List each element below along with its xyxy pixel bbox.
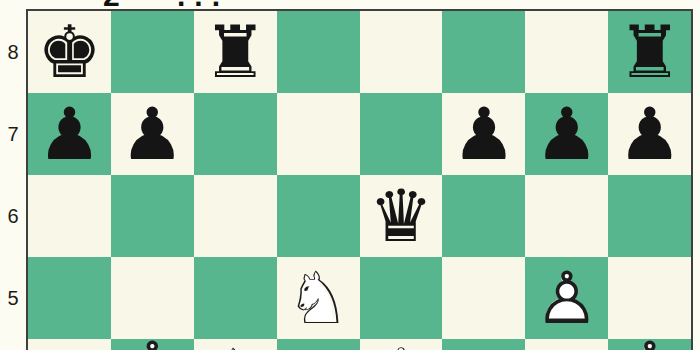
black-pawn: ♟: [28, 93, 111, 175]
square-b7: ♟: [111, 93, 194, 175]
black-pawn: ♟: [111, 93, 194, 175]
square-e6: ♛: [360, 175, 443, 257]
white-pawn: ♟♙: [608, 327, 691, 350]
square-c6: [194, 175, 277, 257]
square-e5: [360, 257, 443, 339]
white-piece-outline: ♘: [277, 257, 360, 339]
caption-fragment: ...: [177, 0, 229, 8]
square-c4: ♞♘: [194, 339, 277, 350]
square-d4: [277, 339, 360, 350]
square-g8: [525, 11, 608, 93]
square-h8: ♜: [608, 11, 691, 93]
square-d7: [277, 93, 360, 175]
square-c7: [194, 93, 277, 175]
square-f6: [442, 175, 525, 257]
square-a4: [28, 339, 111, 350]
white-queen: ♛♕: [360, 334, 443, 350]
square-g5: ♟♙: [525, 257, 608, 339]
square-g4: [525, 339, 608, 350]
black-queen: ♛: [360, 175, 443, 257]
black-pawn: ♟: [608, 93, 691, 175]
square-d8: [277, 11, 360, 93]
square-b8: [111, 11, 194, 93]
cropped-caption: 2 ...: [0, 0, 700, 8]
square-f4: [442, 339, 525, 350]
black-pawn: ♟: [442, 93, 525, 175]
white-piece-outline: ♙: [111, 327, 194, 350]
caption-fragment: 2: [103, 0, 120, 8]
square-e4: ♛♕: [360, 339, 443, 350]
black-rook: ♜: [608, 11, 691, 93]
rank-label-5: 5: [2, 286, 24, 310]
square-f7: ♟: [442, 93, 525, 175]
square-d6: [277, 175, 360, 257]
black-king: ♚: [28, 11, 111, 93]
square-b6: [111, 175, 194, 257]
square-f5: [442, 257, 525, 339]
white-piece-outline: ♘: [194, 334, 277, 350]
square-h7: ♟: [608, 93, 691, 175]
square-g6: [525, 175, 608, 257]
chess-board: ♚♜♜♟♟♟♟♟♛♞♘♟♙♟♙♞♘♛♕♟♙: [26, 9, 693, 350]
square-a7: ♟: [28, 93, 111, 175]
white-pawn: ♟♙: [525, 257, 608, 339]
square-f8: [442, 11, 525, 93]
square-c8: ♜: [194, 11, 277, 93]
square-a6: [28, 175, 111, 257]
rank-label-7: 7: [2, 122, 24, 146]
white-piece-outline: ♙: [525, 257, 608, 339]
square-e8: [360, 11, 443, 93]
square-e7: [360, 93, 443, 175]
square-d5: ♞♘: [277, 257, 360, 339]
white-piece-outline: ♙: [608, 327, 691, 350]
square-h4: ♟♙: [608, 339, 691, 350]
square-b4: ♟♙: [111, 339, 194, 350]
rank-label-6: 6: [2, 204, 24, 228]
square-c5: [194, 257, 277, 339]
square-a5: [28, 257, 111, 339]
square-g7: ♟: [525, 93, 608, 175]
black-rook: ♜: [194, 11, 277, 93]
white-piece-outline: ♕: [360, 334, 443, 350]
square-h6: [608, 175, 691, 257]
square-a8: ♚: [28, 11, 111, 93]
rank-label-8: 8: [2, 40, 24, 64]
black-pawn: ♟: [525, 93, 608, 175]
white-pawn: ♟♙: [111, 327, 194, 350]
white-knight: ♞♘: [194, 334, 277, 350]
white-knight: ♞♘: [277, 257, 360, 339]
